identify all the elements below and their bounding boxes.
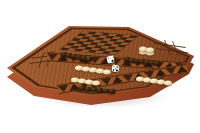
checker-dark[interactable] [154, 61, 161, 66]
die-showing-2[interactable] [106, 55, 114, 63]
die-pip [111, 59, 113, 61]
backgammon-point [122, 74, 134, 83]
backgammon-point [47, 53, 58, 61]
backgammon-point [154, 68, 166, 77]
checker-dark[interactable] [109, 89, 116, 94]
backgammon-point [165, 67, 177, 76]
die-pip [107, 57, 109, 59]
backgammon-point [176, 65, 188, 74]
game-table-photo [0, 0, 200, 133]
backgammon-point [101, 77, 113, 86]
checker-dark[interactable] [86, 57, 93, 62]
die-showing-5[interactable] [111, 64, 119, 72]
die-pip [112, 69, 114, 71]
backgammon-point [111, 75, 123, 84]
die-pip [113, 65, 115, 67]
die-pip [116, 69, 118, 71]
backgammon-point [57, 84, 69, 93]
